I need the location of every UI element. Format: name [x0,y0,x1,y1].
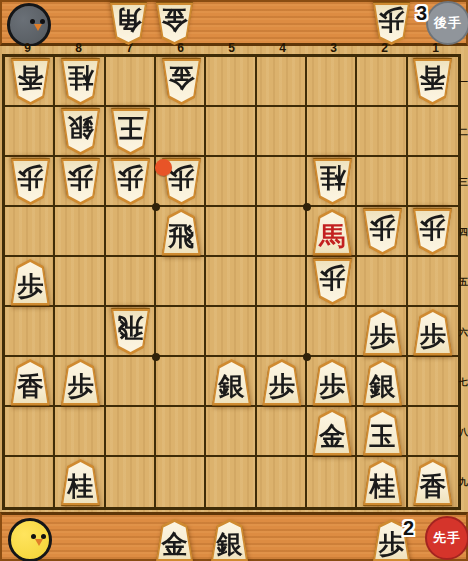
board-cell-7-5[interactable] [106,257,156,307]
piece-香-sente[interactable]: 香 [411,459,454,505]
board-cell-6-6[interactable] [156,307,206,357]
rank-label: 四 [459,207,468,257]
shogi-app: 角金歩 3 後手 9 8 7 6 5 4 3 2 1 一 二 三 四 五 六 七… [0,0,468,561]
board-cell-8-4[interactable] [55,207,105,257]
piece-飛-sente[interactable]: 飛 [160,209,203,255]
board-cell-3-2[interactable] [307,107,357,157]
piece-金-sente[interactable]: 金 [311,409,354,455]
piece-歩-sente[interactable]: 歩 [361,309,404,355]
rank-label: 二 [459,107,468,157]
board-cell-5-8[interactable] [206,407,256,457]
piece-桂-gote[interactable]: 桂 [311,159,354,205]
piece-馬-sente[interactable]: 馬 [311,209,354,255]
gote-pawn-count: 3 [416,2,427,25]
star-point [152,353,160,361]
board-cell-1-5[interactable] [408,257,458,307]
piece-飛-gote[interactable]: 飛 [109,309,152,355]
board-cell-9-6[interactable] [5,307,55,357]
avatar-beak-icon [35,539,43,546]
piece-桂-sente[interactable]: 桂 [361,459,404,505]
board-cell-7-1[interactable] [106,57,156,107]
board-cell-6-8[interactable] [156,407,206,457]
avatar-eye-icon [40,19,45,24]
shogi-board: 9 8 7 6 5 4 3 2 1 一 二 三 四 五 六 七 八 九 香桂金香… [0,46,468,512]
board-cell-1-8[interactable] [408,407,458,457]
gote-hand-tray: 角金歩 3 後手 [0,0,468,46]
avatar-eye-icon [30,19,35,24]
piece-銀-gote[interactable]: 銀 [59,109,102,155]
piece-歩-sente[interactable]: 歩 [260,359,303,405]
piece-歩-gote[interactable]: 歩 [371,3,412,45]
avatar-eye-icon [41,534,46,539]
avatar-eye-icon [31,534,36,539]
rank-label: 九 [459,457,468,507]
board-cell-8-8[interactable] [55,407,105,457]
board-cell-4-8[interactable] [257,407,307,457]
board-cell-4-3[interactable] [257,157,307,207]
board-cell-3-1[interactable] [307,57,357,107]
piece-王-gote[interactable]: 王 [109,109,152,155]
piece-香-sente[interactable]: 香 [9,359,52,405]
board-cell-1-2[interactable] [408,107,458,157]
rank-label: 六 [459,307,468,357]
rank-label: 七 [459,357,468,407]
board-cell-8-6[interactable] [55,307,105,357]
piece-桂-sente[interactable]: 桂 [59,459,102,505]
piece-歩-gote[interactable]: 歩 [109,159,152,205]
board-cell-5-4[interactable] [206,207,256,257]
piece-歩-gote[interactable]: 歩 [59,159,102,205]
rank-label: 八 [459,407,468,457]
sente-hand-tray: 金銀歩 2 先手 [0,512,468,561]
board-cell-7-8[interactable] [106,407,156,457]
gote-badge-label: 後手 [434,14,462,32]
board-cell-2-5[interactable] [357,257,407,307]
piece-香-gote[interactable]: 香 [9,59,52,105]
sente-chick-avatar-icon [8,518,52,561]
piece-歩-sente[interactable]: 歩 [59,359,102,405]
rank-labels: 一 二 三 四 五 六 七 八 九 [459,57,468,507]
board-cell-7-9[interactable] [106,457,156,507]
piece-歩-gote[interactable]: 歩 [9,159,52,205]
piece-銀-sente[interactable]: 銀 [209,519,250,561]
gote-badge: 後手 [426,1,468,45]
board-cell-9-8[interactable] [5,407,55,457]
rank-label: 一 [459,57,468,107]
board-cell-9-9[interactable] [5,457,55,507]
piece-香-gote[interactable]: 香 [411,59,454,105]
board-cell-6-9[interactable] [156,457,206,507]
board-cell-8-5[interactable] [55,257,105,307]
piece-角-gote[interactable]: 角 [108,3,149,45]
piece-銀-sente[interactable]: 銀 [210,359,253,405]
piece-金-gote[interactable]: 金 [154,3,195,45]
piece-歩-sente[interactable]: 歩 [9,259,52,305]
board-cell-7-7[interactable] [106,357,156,407]
board-cell-5-3[interactable] [206,157,256,207]
piece-銀-sente[interactable]: 銀 [361,359,404,405]
board-cell-5-2[interactable] [206,107,256,157]
board-cell-9-2[interactable] [5,107,55,157]
board-cell-5-6[interactable] [206,307,256,357]
board-cell-4-6[interactable] [257,307,307,357]
board-cell-9-4[interactable] [5,207,55,257]
board-cell-6-5[interactable] [156,257,206,307]
piece-桂-gote[interactable]: 桂 [59,59,102,105]
board-cell-5-5[interactable] [206,257,256,307]
rank-label: 三 [459,157,468,207]
board-cell-4-1[interactable] [257,57,307,107]
piece-金-sente[interactable]: 金 [154,519,195,561]
piece-歩-sente[interactable]: 歩 [311,359,354,405]
sente-badge-label: 先手 [433,529,461,547]
rank-label: 五 [459,257,468,307]
board-cell-2-3[interactable] [357,157,407,207]
board-cell-6-7[interactable] [156,357,206,407]
board-cell-7-4[interactable] [106,207,156,257]
piece-歩-sente[interactable]: 歩 [411,309,454,355]
piece-金-gote[interactable]: 金 [160,59,203,105]
board-cell-1-7[interactable] [408,357,458,407]
sente-badge: 先手 [425,516,468,560]
piece-玉-sente[interactable]: 玉 [361,409,404,455]
board-cell-2-1[interactable] [357,57,407,107]
piece-歩-gote[interactable]: 歩 [411,209,454,255]
board-cell-4-9[interactable] [257,457,307,507]
board-cell-2-2[interactable] [357,107,407,157]
board-cell-3-9[interactable] [307,457,357,507]
avatar-beak-icon [34,24,42,31]
piece-歩-gote[interactable]: 歩 [311,259,354,305]
board-cell-6-2[interactable] [156,107,206,157]
board-cell-4-5[interactable] [257,257,307,307]
board-cell-4-2[interactable] [257,107,307,157]
piece-歩-gote[interactable]: 歩 [361,209,404,255]
board-cell-5-9[interactable] [206,457,256,507]
board-cell-4-4[interactable] [257,207,307,257]
sente-pawn-count: 2 [403,517,414,540]
board-cell-1-3[interactable] [408,157,458,207]
board-cell-3-6[interactable] [307,307,357,357]
board-cell-5-1[interactable] [206,57,256,107]
